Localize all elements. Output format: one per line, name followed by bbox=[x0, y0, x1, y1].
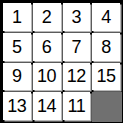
tile-11[interactable]: 11 bbox=[63, 92, 91, 120]
tile-3[interactable]: 3 bbox=[63, 3, 91, 31]
tile-6[interactable]: 6 bbox=[33, 33, 61, 61]
tile-13[interactable]: 13 bbox=[3, 92, 31, 120]
tile-8[interactable]: 8 bbox=[92, 33, 120, 61]
tile-2[interactable]: 2 bbox=[33, 3, 61, 31]
tile-4[interactable]: 4 bbox=[92, 3, 120, 31]
tile-10[interactable]: 10 bbox=[33, 63, 61, 91]
tile-9[interactable]: 9 bbox=[3, 63, 31, 91]
tile-14[interactable]: 14 bbox=[33, 92, 61, 120]
tile-1[interactable]: 1 bbox=[3, 3, 31, 31]
fifteen-puzzle-board: 123456789101215131411 bbox=[0, 0, 123, 123]
tile-5[interactable]: 5 bbox=[3, 33, 31, 61]
empty-cell bbox=[92, 92, 122, 122]
tile-12[interactable]: 12 bbox=[63, 63, 91, 91]
tile-15[interactable]: 15 bbox=[92, 63, 120, 91]
tile-7[interactable]: 7 bbox=[63, 33, 91, 61]
